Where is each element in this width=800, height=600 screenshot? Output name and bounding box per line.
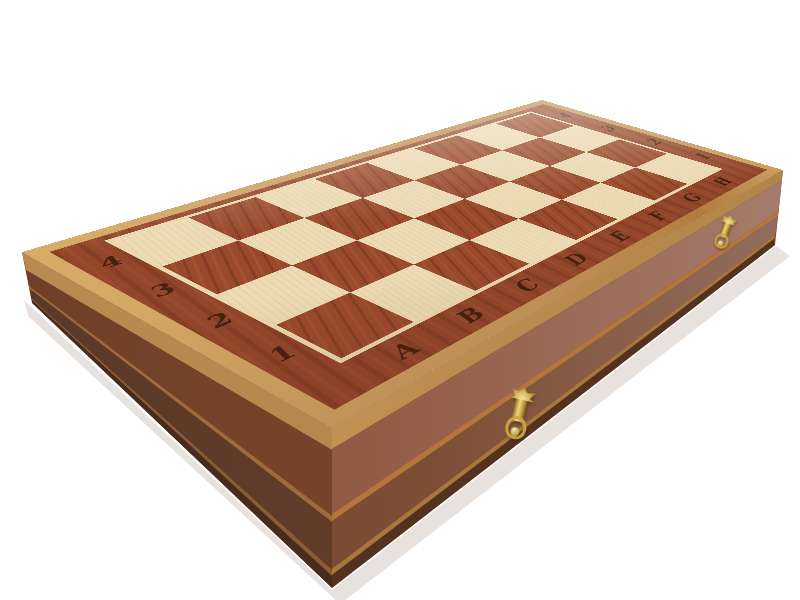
chess-box-scene: ABCDEFGH44332211 [0, 0, 800, 600]
